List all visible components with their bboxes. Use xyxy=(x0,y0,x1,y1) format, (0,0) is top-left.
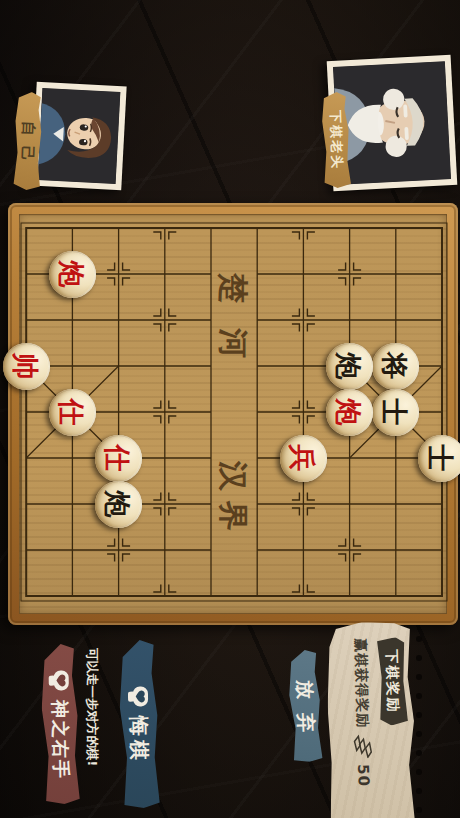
reward-body: 赢棋获得奖励 50 xyxy=(350,638,374,787)
reward-amount: 50 xyxy=(354,764,373,787)
chess-piece-icon xyxy=(127,684,150,709)
gold-stack-icon xyxy=(352,734,373,759)
piece-black-cannon[interactable]: 炮 xyxy=(95,481,142,528)
piece-red-advisor[interactable]: 仕 xyxy=(95,435,142,482)
reward-note: 下棋奖励 赢棋获得奖励 50 xyxy=(325,621,416,818)
reward-title-brush: 下棋奖励 xyxy=(376,637,408,726)
landscape-stage: 下棋老头 自己 xyxy=(0,0,460,818)
give-up-label: 放弃 xyxy=(291,680,319,747)
gods-right-hand-label: 神之右手 xyxy=(48,700,73,780)
piece-black-general[interactable]: 将 xyxy=(372,343,419,390)
xiangqi-board[interactable]: 楚河 汉界 士将士炮炮兵仕炮炮仕帅 xyxy=(8,203,458,625)
opponent-name: 下棋老头 xyxy=(326,110,346,171)
reward-title: 下棋奖励 xyxy=(382,649,402,713)
reward-description: 赢棋获得奖励 xyxy=(351,638,371,728)
old-man-avatar xyxy=(333,61,451,185)
self-name: 自己 xyxy=(17,121,38,172)
piece-red-cannon[interactable]: 炮 xyxy=(326,389,373,436)
self-avatar-card xyxy=(31,82,126,191)
piece-red-general[interactable]: 帅 xyxy=(3,343,50,390)
game-screen: 下棋老头 自己 xyxy=(0,0,460,818)
pieces-layer: 士将士炮炮兵仕炮炮仕帅 xyxy=(8,203,458,625)
young-man-avatar xyxy=(38,88,121,184)
undo-label: 悔棋 xyxy=(125,716,153,764)
piece-black-advisor[interactable]: 士 xyxy=(419,435,460,482)
piece-red-soldier[interactable]: 兵 xyxy=(280,435,327,482)
piece-black-cannon[interactable]: 炮 xyxy=(326,343,373,390)
chess-piece-icon xyxy=(48,668,71,693)
paper-perforation-dots xyxy=(414,636,422,818)
opponent-photo xyxy=(333,61,451,185)
hand-button-hint: 可以走一步对方的棋! xyxy=(84,648,100,808)
self-photo xyxy=(38,88,121,184)
undo-button[interactable]: 悔棋 xyxy=(117,640,162,809)
piece-black-advisor[interactable]: 士 xyxy=(372,389,419,436)
give-up-button[interactable]: 放弃 xyxy=(286,649,324,762)
gods-right-hand-button[interactable]: 神之右手 xyxy=(39,644,82,805)
piece-red-cannon[interactable]: 炮 xyxy=(49,251,96,298)
piece-red-advisor[interactable]: 仕 xyxy=(49,389,96,436)
